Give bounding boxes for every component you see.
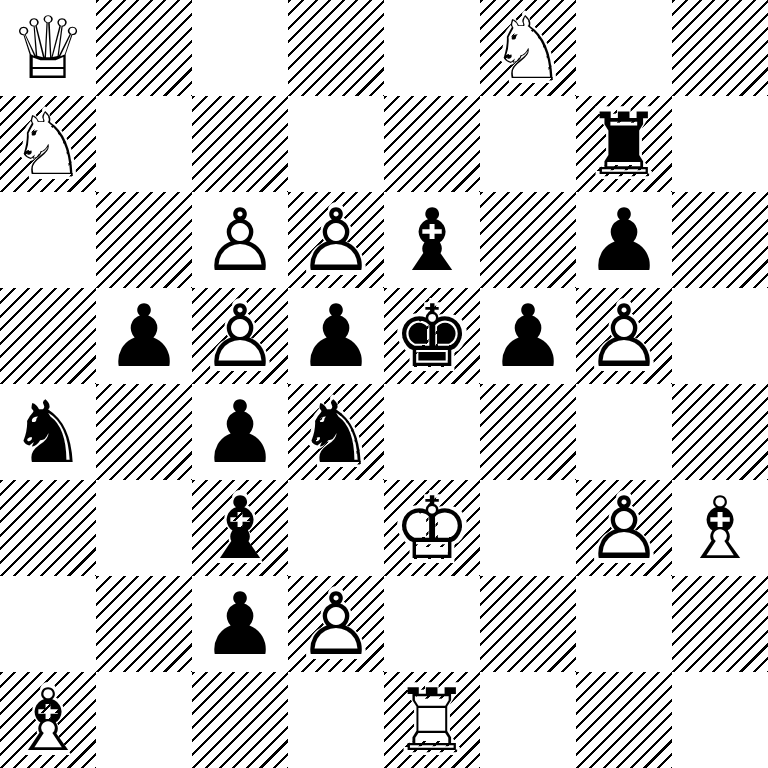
square-b7[interactable] <box>96 96 192 192</box>
square-c3[interactable]: ♝♝ <box>192 480 288 576</box>
square-g7[interactable]: ♜♜ <box>576 96 672 192</box>
square-f5[interactable]: ♟♟ <box>480 288 576 384</box>
black-king-icon: ♚♚ <box>384 288 480 384</box>
square-a2[interactable] <box>0 576 96 672</box>
white-pawn-icon: ♟♙ <box>192 288 288 384</box>
square-h6[interactable] <box>672 192 768 288</box>
square-h5[interactable] <box>672 288 768 384</box>
white-rook-icon: ♜♖ <box>384 672 480 768</box>
piece-glyph: ♝ <box>384 192 480 288</box>
square-g6[interactable]: ♟♟ <box>576 192 672 288</box>
black-pawn-icon: ♟♟ <box>576 192 672 288</box>
square-e8[interactable] <box>384 0 480 96</box>
square-d2[interactable]: ♟♙ <box>288 576 384 672</box>
piece-glyph: ♞ <box>0 384 96 480</box>
square-h3[interactable]: ♝♗ <box>672 480 768 576</box>
piece-glyph: ♖ <box>384 672 480 768</box>
black-bishop-icon: ♝♝ <box>192 480 288 576</box>
square-c8[interactable] <box>192 0 288 96</box>
square-f1[interactable] <box>480 672 576 768</box>
square-g3[interactable]: ♟♙ <box>576 480 672 576</box>
square-f4[interactable] <box>480 384 576 480</box>
square-b6[interactable] <box>96 192 192 288</box>
square-a1[interactable]: ♝♗ <box>0 672 96 768</box>
square-d4[interactable]: ♞♞ <box>288 384 384 480</box>
black-pawn-icon: ♟♟ <box>288 288 384 384</box>
square-a7[interactable]: ♞♘ <box>0 96 96 192</box>
square-g1[interactable] <box>576 672 672 768</box>
square-b1[interactable] <box>96 672 192 768</box>
square-h1[interactable] <box>672 672 768 768</box>
square-g2[interactable] <box>576 576 672 672</box>
piece-glyph: ♟ <box>480 288 576 384</box>
black-knight-icon: ♞♞ <box>288 384 384 480</box>
piece-glyph: ♙ <box>288 192 384 288</box>
square-g4[interactable] <box>576 384 672 480</box>
white-knight-icon: ♞♘ <box>0 96 96 192</box>
square-b2[interactable] <box>96 576 192 672</box>
black-pawn-icon: ♟♟ <box>192 384 288 480</box>
square-c1[interactable] <box>192 672 288 768</box>
square-f6[interactable] <box>480 192 576 288</box>
piece-glyph: ♙ <box>288 576 384 672</box>
square-g8[interactable] <box>576 0 672 96</box>
piece-glyph: ♗ <box>672 480 768 576</box>
square-e7[interactable] <box>384 96 480 192</box>
black-rook-icon: ♜♜ <box>576 96 672 192</box>
square-a6[interactable] <box>0 192 96 288</box>
white-pawn-icon: ♟♙ <box>192 192 288 288</box>
square-f2[interactable] <box>480 576 576 672</box>
black-pawn-icon: ♟♟ <box>192 576 288 672</box>
white-pawn-icon: ♟♙ <box>288 576 384 672</box>
piece-glyph: ♞ <box>288 384 384 480</box>
white-pawn-icon: ♟♙ <box>576 480 672 576</box>
square-c6[interactable]: ♟♙ <box>192 192 288 288</box>
black-pawn-icon: ♟♟ <box>480 288 576 384</box>
piece-glyph: ♟ <box>288 288 384 384</box>
piece-glyph: ♕ <box>0 0 96 96</box>
piece-glyph: ♙ <box>576 288 672 384</box>
square-d6[interactable]: ♟♙ <box>288 192 384 288</box>
piece-glyph: ♜ <box>576 96 672 192</box>
square-a4[interactable]: ♞♞ <box>0 384 96 480</box>
black-bishop-icon: ♝♝ <box>384 192 480 288</box>
square-f7[interactable] <box>480 96 576 192</box>
square-b5[interactable]: ♟♟ <box>96 288 192 384</box>
black-pawn-icon: ♟♟ <box>96 288 192 384</box>
piece-glyph: ♟ <box>576 192 672 288</box>
square-e4[interactable] <box>384 384 480 480</box>
square-h4[interactable] <box>672 384 768 480</box>
square-a8[interactable]: ♛♕ <box>0 0 96 96</box>
square-e3[interactable]: ♚♔ <box>384 480 480 576</box>
white-pawn-icon: ♟♙ <box>288 192 384 288</box>
white-bishop-icon: ♝♗ <box>672 480 768 576</box>
square-f3[interactable] <box>480 480 576 576</box>
black-knight-icon: ♞♞ <box>0 384 96 480</box>
square-e2[interactable] <box>384 576 480 672</box>
square-e1[interactable]: ♜♖ <box>384 672 480 768</box>
square-b8[interactable] <box>96 0 192 96</box>
square-f8[interactable]: ♞♘ <box>480 0 576 96</box>
chess-board: ♛♕♞♘♞♘♜♜♟♙♟♙♝♝♟♟♟♟♟♙♟♟♚♚♟♟♟♙♞♞♟♟♞♞♝♝♚♔♟♙… <box>0 0 768 768</box>
square-c2[interactable]: ♟♟ <box>192 576 288 672</box>
square-c4[interactable]: ♟♟ <box>192 384 288 480</box>
square-a5[interactable] <box>0 288 96 384</box>
piece-glyph: ♘ <box>0 96 96 192</box>
square-h7[interactable] <box>672 96 768 192</box>
square-a3[interactable] <box>0 480 96 576</box>
white-bishop-icon: ♝♗ <box>0 672 96 768</box>
square-h8[interactable] <box>672 0 768 96</box>
square-h2[interactable] <box>672 576 768 672</box>
piece-glyph: ♗ <box>0 672 96 768</box>
square-c5[interactable]: ♟♙ <box>192 288 288 384</box>
square-d5[interactable]: ♟♟ <box>288 288 384 384</box>
square-d8[interactable] <box>288 0 384 96</box>
square-e5[interactable]: ♚♚ <box>384 288 480 384</box>
square-e6[interactable]: ♝♝ <box>384 192 480 288</box>
square-d3[interactable] <box>288 480 384 576</box>
white-knight-icon: ♞♘ <box>480 0 576 96</box>
piece-glyph: ♟ <box>192 576 288 672</box>
piece-glyph: ♟ <box>192 384 288 480</box>
piece-glyph: ♟ <box>96 288 192 384</box>
square-b3[interactable] <box>96 480 192 576</box>
square-g5[interactable]: ♟♙ <box>576 288 672 384</box>
piece-glyph: ♚ <box>384 288 480 384</box>
piece-glyph: ♝ <box>192 480 288 576</box>
white-queen-icon: ♛♕ <box>0 0 96 96</box>
square-b4[interactable] <box>96 384 192 480</box>
piece-glyph: ♔ <box>384 480 480 576</box>
piece-glyph: ♙ <box>576 480 672 576</box>
piece-glyph: ♘ <box>480 0 576 96</box>
square-d7[interactable] <box>288 96 384 192</box>
piece-glyph: ♙ <box>192 288 288 384</box>
white-pawn-icon: ♟♙ <box>576 288 672 384</box>
white-king-icon: ♚♔ <box>384 480 480 576</box>
piece-glyph: ♙ <box>192 192 288 288</box>
square-c7[interactable] <box>192 96 288 192</box>
square-d1[interactable] <box>288 672 384 768</box>
